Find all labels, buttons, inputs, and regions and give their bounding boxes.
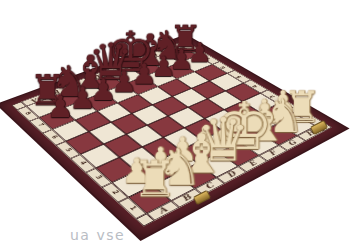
file-label: G	[286, 139, 299, 146]
rank-label: 6	[49, 135, 58, 140]
piece-white-rook[interactable]: ♜	[133, 156, 178, 203]
board-grid[interactable]: ABCDEFGH8♜♞♝♛♚♝♞♜87♟♟♟♟♟♟♟♟7665544332♟♟♟…	[12, 41, 332, 227]
chess-board[interactable]: ABCDEFGH8♜♞♝♛♚♝♞♜87♟♟♟♟♟♟♟♟7665544332♟♟♟…	[0, 34, 350, 241]
watermark: ua vse	[70, 227, 125, 243]
file-label: D	[225, 171, 238, 179]
rank-label: 5	[63, 147, 72, 152]
piece-black-pawn[interactable]: ♟	[47, 93, 74, 122]
rank-label: 8	[23, 111, 32, 116]
file-label: B	[180, 194, 194, 203]
rank-label: 3	[93, 175, 103, 181]
rank-label: 7	[36, 123, 45, 128]
rank-label: 4	[78, 161, 87, 167]
rank-label: 5	[235, 75, 243, 79]
rank-label: 6	[220, 65, 228, 69]
rank-label: 1	[127, 205, 137, 212]
rank-label: 2	[110, 189, 120, 195]
file-label: C	[203, 182, 216, 190]
product-photo: ua vse ABCDEFGH8♜♞♝♛♚♝♞♜87♟♟♟♟♟♟♟♟766554…	[0, 0, 350, 251]
file-label: A	[156, 206, 169, 215]
